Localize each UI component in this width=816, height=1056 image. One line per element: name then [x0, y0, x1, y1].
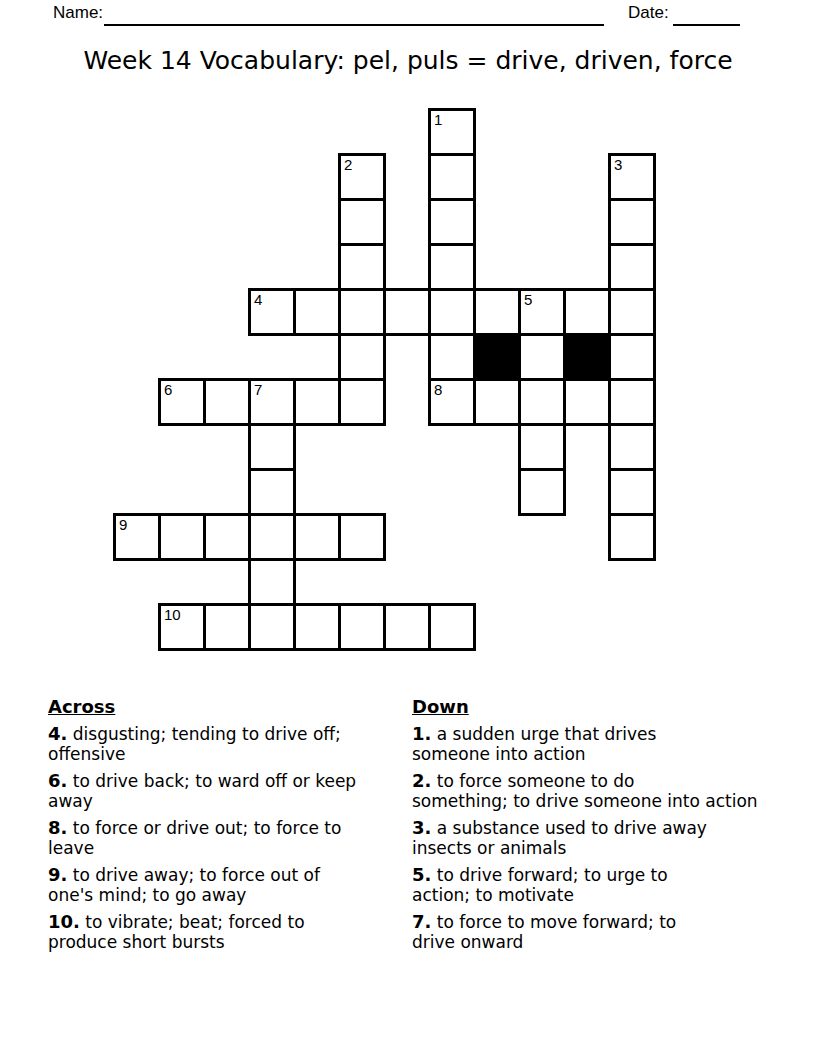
grid-cell-r9c5[interactable] [338, 513, 386, 561]
across-clue-8: 8. to force or drive out; to force to le… [48, 818, 408, 858]
clue-number-3: 3 [614, 157, 622, 173]
grid-cell-r9c0[interactable]: 9 [113, 513, 161, 561]
down-clue-text-7: to force to move forward; to drive onwar… [412, 912, 676, 952]
date-blank-line[interactable] [673, 2, 740, 26]
grid-cell-r4c11[interactable] [608, 288, 656, 336]
clue-number-8: 8 [434, 382, 442, 398]
grid-cell-r9c1[interactable] [158, 513, 206, 561]
grid-cell-r8c11[interactable] [608, 468, 656, 516]
grid-cell-r10c3[interactable] [248, 558, 296, 606]
grid-cell-r11c5[interactable] [338, 603, 386, 651]
grid-cell-r2c5[interactable] [338, 198, 386, 246]
page-title: Week 14 Vocabulary: pel, puls = drive, d… [0, 46, 816, 75]
down-clue-number-3: 3. [412, 817, 431, 838]
grid-cell-r6c3[interactable]: 7 [248, 378, 296, 426]
down-clue-list: 1. a sudden urge that drives someone int… [412, 724, 798, 952]
clue-number-10: 10 [164, 607, 181, 623]
grid-cell-r7c3[interactable] [248, 423, 296, 471]
across-clue-text-8: to force or drive out; to force to leave [48, 818, 341, 858]
grid-cell-r6c4[interactable] [293, 378, 341, 426]
grid-cell-r5c9[interactable] [518, 333, 566, 381]
grid-cell-r3c5[interactable] [338, 243, 386, 291]
grid-cell-r4c6[interactable] [383, 288, 431, 336]
grid-cell-r5c11[interactable] [608, 333, 656, 381]
grid-cell-r3c7[interactable] [428, 243, 476, 291]
grid-cell-r2c7[interactable] [428, 198, 476, 246]
grid-cell-r6c8[interactable] [473, 378, 521, 426]
down-clue-number-5: 5. [412, 864, 431, 885]
grid-cell-r8c3[interactable] [248, 468, 296, 516]
grid-cell-r11c3[interactable] [248, 603, 296, 651]
down-clue-text-2: to force someone to do something; to dri… [412, 771, 758, 811]
down-clue-text-1: a sudden urge that drives someone into a… [412, 724, 656, 764]
across-clue-number-9: 9. [48, 864, 67, 885]
down-clue-1: 1. a sudden urge that drives someone int… [412, 724, 798, 764]
grid-cell-r4c4[interactable] [293, 288, 341, 336]
grid-cell-r6c7[interactable]: 8 [428, 378, 476, 426]
grid-cell-r4c7[interactable] [428, 288, 476, 336]
name-blank-line[interactable] [104, 2, 604, 26]
down-clue-7: 7. to force to move forward; to drive on… [412, 912, 798, 952]
grid-cell-r6c10[interactable] [563, 378, 611, 426]
grid-cell-r1c11[interactable]: 3 [608, 153, 656, 201]
down-clue-number-2: 2. [412, 770, 431, 791]
black-cell [473, 333, 521, 381]
across-clue-text-9: to drive away; to force out of one's min… [48, 865, 320, 905]
grid-cell-r5c5[interactable] [338, 333, 386, 381]
down-clue-3: 3. a substance used to drive away insect… [412, 818, 798, 858]
across-clue-9: 9. to drive away; to force out of one's … [48, 865, 408, 905]
grid-cell-r2c11[interactable] [608, 198, 656, 246]
grid-cell-r8c9[interactable] [518, 468, 566, 516]
across-clue-10: 10. to vibrate; beat; forced to produce … [48, 912, 408, 952]
grid-cell-r9c3[interactable] [248, 513, 296, 561]
grid-cell-r9c2[interactable] [203, 513, 251, 561]
grid-cell-r4c5[interactable] [338, 288, 386, 336]
black-cell [563, 333, 611, 381]
across-clue-text-10: to vibrate; beat; forced to produce shor… [48, 912, 305, 952]
grid-cell-r11c7[interactable] [428, 603, 476, 651]
down-heading: Down [412, 696, 798, 717]
down-clue-text-3: a substance used to drive away insects o… [412, 818, 707, 858]
down-clue-2: 2. to force someone to do something; to … [412, 771, 798, 811]
clue-number-7: 7 [254, 382, 262, 398]
across-clue-number-8: 8. [48, 817, 67, 838]
grid-cell-r5c7[interactable] [428, 333, 476, 381]
across-clue-list: 4. disgusting; tending to drive off; off… [48, 724, 408, 952]
across-clue-number-10: 10. [48, 911, 80, 932]
down-clues-section: Down 1. a sudden urge that drives someon… [412, 696, 798, 959]
grid-cell-r6c9[interactable] [518, 378, 566, 426]
grid-cell-r1c7[interactable] [428, 153, 476, 201]
crossword-grid: 12345678910 [113, 108, 656, 651]
grid-cell-r6c5[interactable] [338, 378, 386, 426]
clue-number-5: 5 [524, 292, 532, 308]
down-clue-text-5: to drive forward; to urge to action; to … [412, 865, 668, 905]
date-label: Date: [628, 2, 669, 24]
clue-number-1: 1 [434, 112, 442, 128]
grid-cell-r1c5[interactable]: 2 [338, 153, 386, 201]
down-clue-5: 5. to drive forward; to urge to action; … [412, 865, 798, 905]
across-clue-text-4: disgusting; tending to drive off; offens… [48, 724, 341, 764]
grid-cell-r7c11[interactable] [608, 423, 656, 471]
clue-number-2: 2 [344, 157, 352, 173]
grid-cell-r6c11[interactable] [608, 378, 656, 426]
grid-cell-r3c11[interactable] [608, 243, 656, 291]
name-label: Name: [53, 2, 103, 24]
across-clue-4: 4. disgusting; tending to drive off; off… [48, 724, 408, 764]
grid-cell-r4c3[interactable]: 4 [248, 288, 296, 336]
across-clues-section: Across 4. disgusting; tending to drive o… [48, 696, 408, 959]
grid-cell-r0c7[interactable]: 1 [428, 108, 476, 156]
grid-cell-r7c9[interactable] [518, 423, 566, 471]
grid-cell-r6c2[interactable] [203, 378, 251, 426]
down-clue-number-7: 7. [412, 911, 431, 932]
across-clue-number-6: 6. [48, 770, 67, 791]
grid-cell-r11c2[interactable] [203, 603, 251, 651]
grid-cell-r9c4[interactable] [293, 513, 341, 561]
worksheet-page: Name: Date: Week 14 Vocabulary: pel, pul… [0, 0, 816, 1056]
grid-cell-r6c1[interactable]: 6 [158, 378, 206, 426]
grid-cell-r4c10[interactable] [563, 288, 611, 336]
grid-cell-r11c4[interactable] [293, 603, 341, 651]
clue-number-6: 6 [164, 382, 172, 398]
grid-cell-r4c8[interactable] [473, 288, 521, 336]
across-heading: Across [48, 696, 408, 717]
across-clue-number-4: 4. [48, 723, 67, 744]
across-clue-text-6: to drive back; to ward off or keep away [48, 771, 356, 811]
grid-cell-r11c1[interactable]: 10 [158, 603, 206, 651]
clue-number-9: 9 [119, 517, 127, 533]
grid-cell-r4c9[interactable]: 5 [518, 288, 566, 336]
grid-cell-r11c6[interactable] [383, 603, 431, 651]
grid-cell-r9c11[interactable] [608, 513, 656, 561]
across-clue-6: 6. to drive back; to ward off or keep aw… [48, 771, 408, 811]
clue-number-4: 4 [254, 292, 262, 308]
down-clue-number-1: 1. [412, 723, 431, 744]
